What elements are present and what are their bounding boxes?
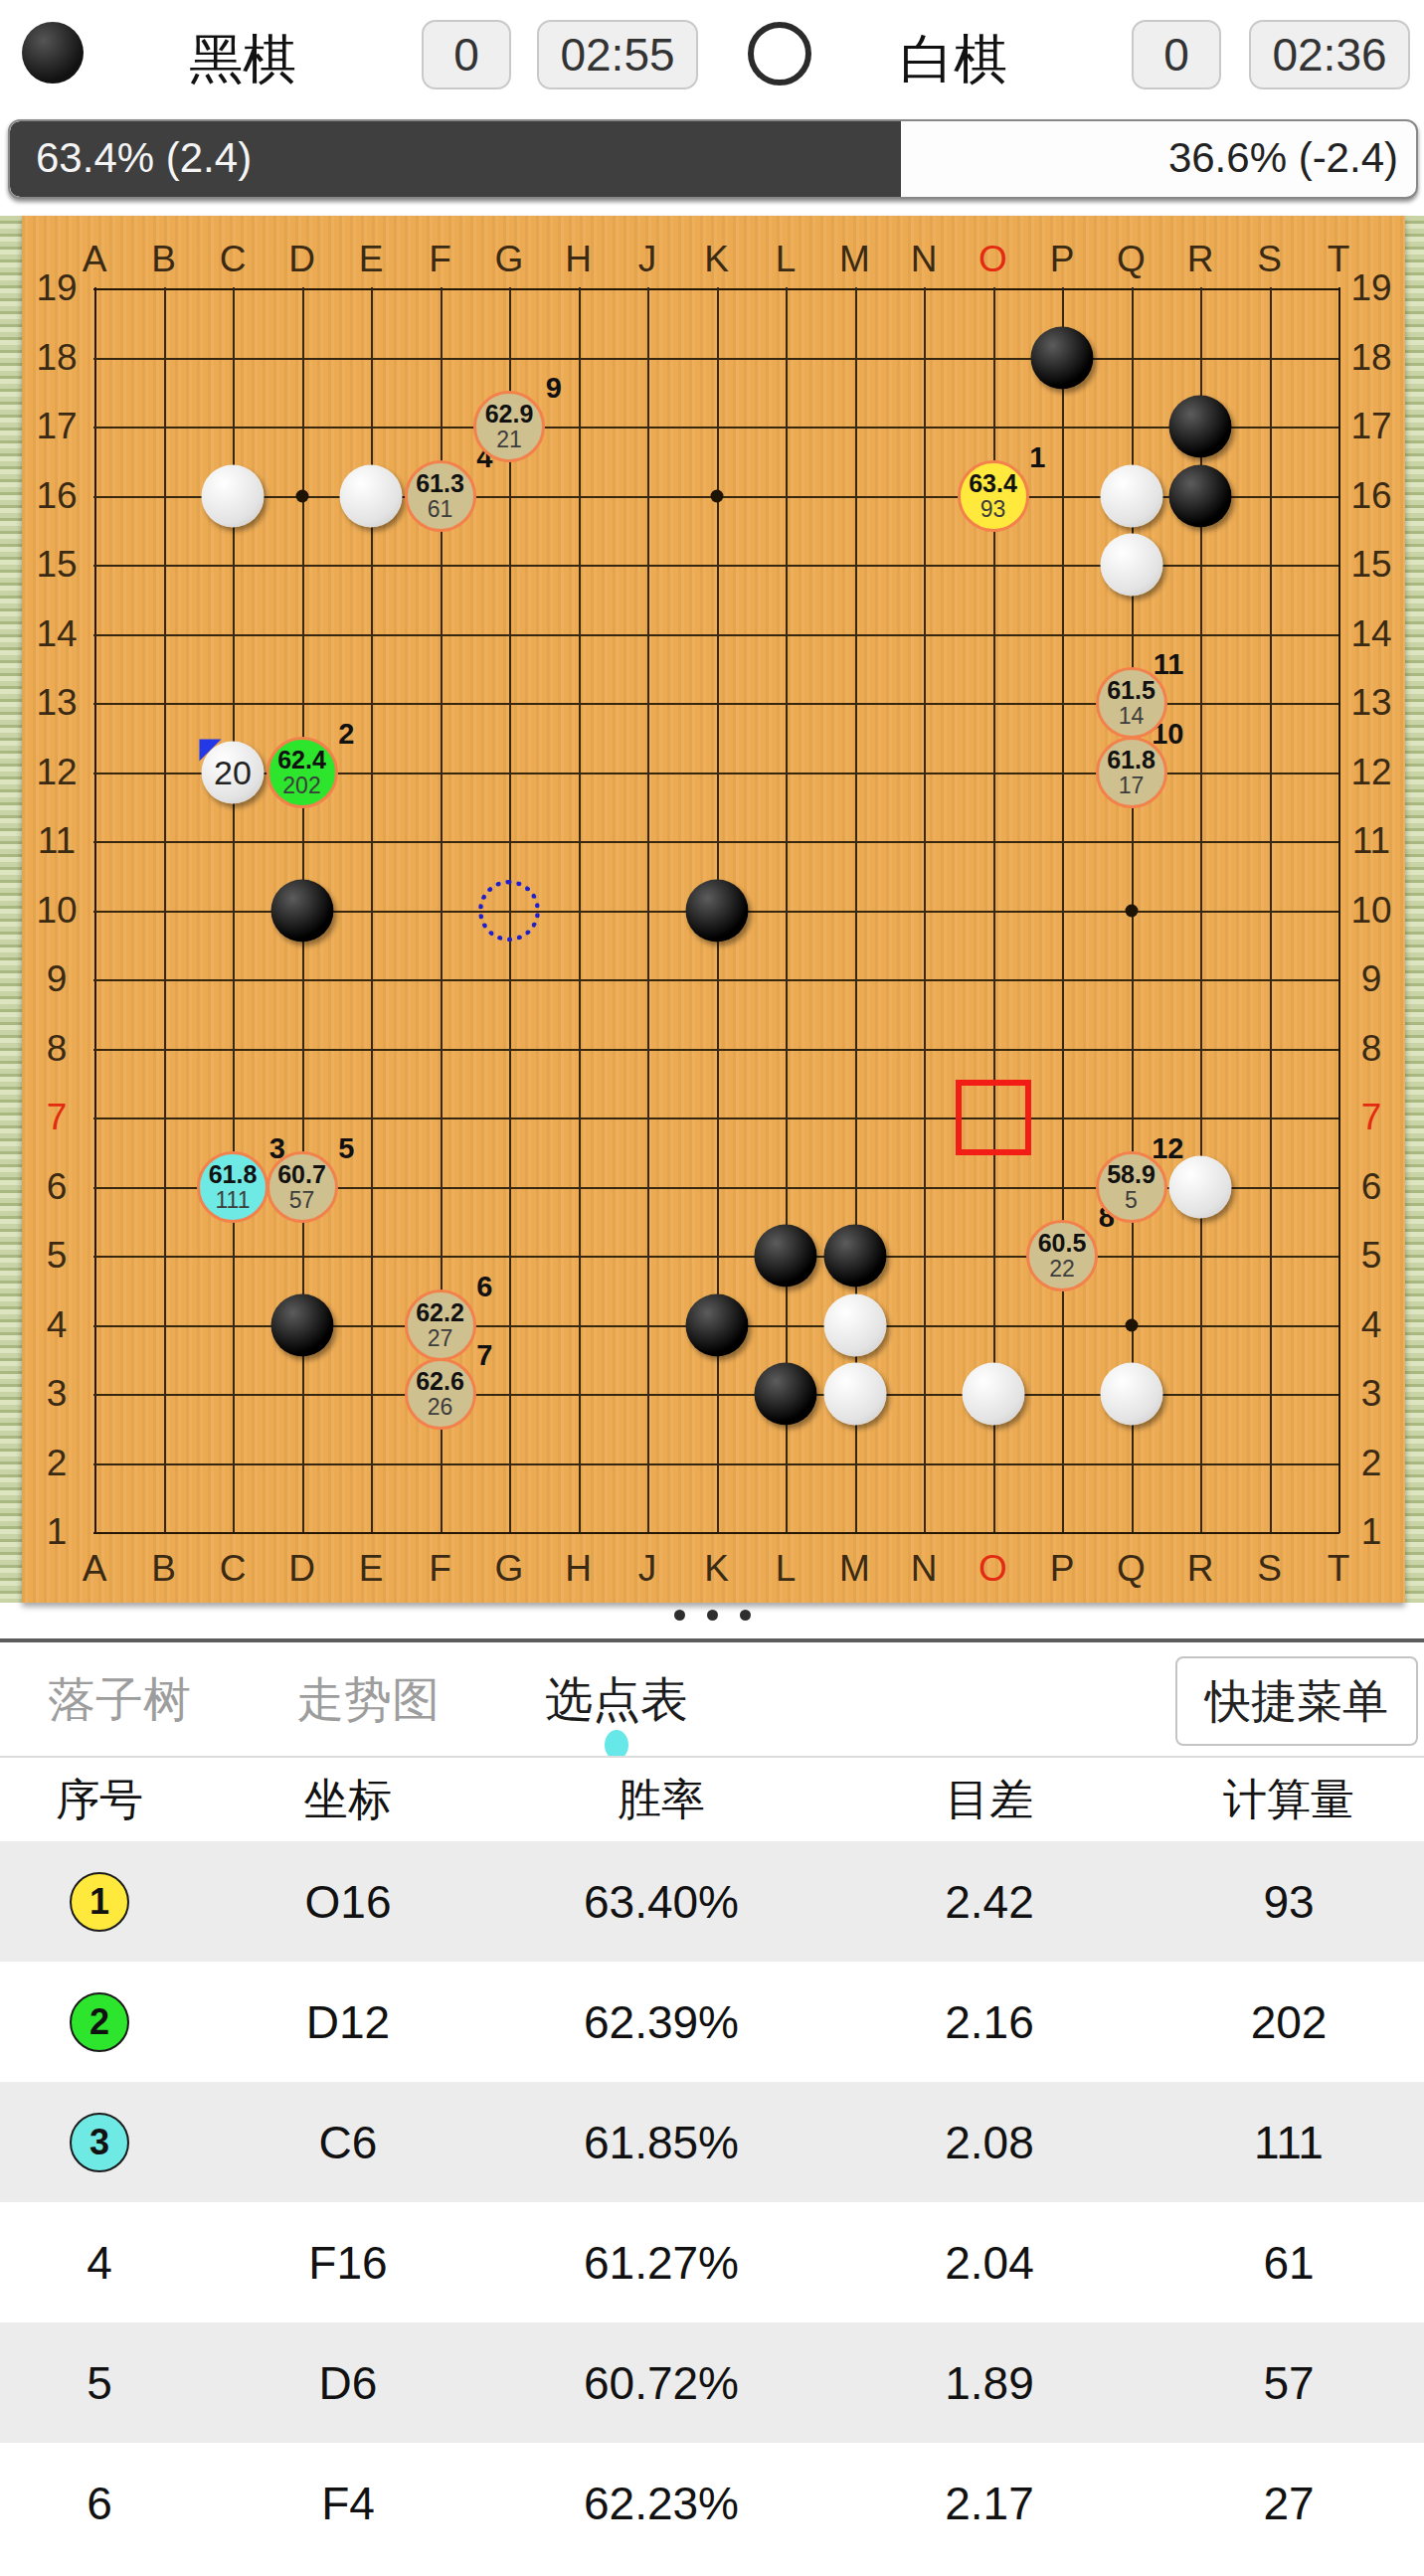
coord-label-top: T <box>1328 239 1350 280</box>
coord-label-right: 14 <box>1350 613 1391 655</box>
coord-label-top: Q <box>1117 239 1146 280</box>
col-visits: 计算量 <box>1154 1771 1424 1829</box>
cell-visits: 111 <box>1154 2116 1424 2169</box>
black-stone <box>755 1225 817 1288</box>
tab-candidate-table[interactable]: 选点表 <box>545 1668 688 1732</box>
page-dot[interactable] <box>707 1610 718 1621</box>
rank-badge: 3 <box>70 2113 129 2172</box>
cell-winrate: 63.40% <box>497 1875 825 1929</box>
cell-score-diff: 2.17 <box>825 2477 1154 2530</box>
star-point <box>710 489 723 502</box>
candidate-move-C6[interactable]: 61.8 111 3 <box>197 1151 268 1223</box>
coord-label-right: 13 <box>1350 682 1391 724</box>
candidate-winrate: 61.8 <box>1107 747 1156 773</box>
coord-label-left: 6 <box>47 1166 68 1208</box>
player-bar: 黑棋 0 02:55 白棋 0 02:36 <box>0 0 1424 117</box>
star-point <box>1125 904 1138 917</box>
candidate-table: 1 O16 63.40% 2.42 93 2 D12 62.39% 2.16 2… <box>0 1841 1424 2563</box>
coord-label-left: 2 <box>47 1443 68 1484</box>
grid-line <box>786 287 788 1533</box>
cell-coord: F4 <box>199 2477 497 2530</box>
candidate-move-F3[interactable]: 62.6 26 7 <box>405 1358 476 1430</box>
coord-label-top: L <box>776 239 797 280</box>
coord-label-right: 10 <box>1350 890 1391 932</box>
cell-coord: F16 <box>199 2236 497 2290</box>
candidate-rank: 7 <box>476 1339 492 1372</box>
coord-label-bottom: M <box>839 1548 870 1590</box>
cell-visits: 202 <box>1154 1995 1424 2049</box>
candidate-winrate: 58.9 <box>1107 1161 1156 1188</box>
candidate-visits: 111 <box>216 1188 251 1213</box>
last-move-corner-marker <box>200 739 222 761</box>
page-dot[interactable] <box>674 1610 685 1621</box>
white-player-name: 白棋 <box>900 24 1007 96</box>
table-row[interactable]: 3 C6 61.85% 2.08 111 <box>0 2082 1424 2202</box>
grid-line <box>93 1117 1339 1119</box>
winrate-white-text: 36.6% (-2.4) <box>1168 121 1398 195</box>
coord-label-left: 18 <box>36 337 77 379</box>
coord-label-left: 7 <box>47 1097 68 1138</box>
coord-label-bottom: O <box>979 1548 1007 1590</box>
winrate-black-text: 63.4% (2.4) <box>36 121 252 195</box>
coord-label-left: 5 <box>47 1235 68 1277</box>
white-stone <box>202 464 265 527</box>
white-stone <box>1100 1363 1162 1426</box>
black-stone <box>270 1293 333 1356</box>
coord-label-right: 2 <box>1361 1443 1382 1484</box>
coord-label-right: 3 <box>1361 1373 1382 1415</box>
coord-label-left: 16 <box>36 475 77 517</box>
coord-label-top: M <box>839 239 870 280</box>
table-row[interactable]: 1 O16 63.40% 2.42 93 <box>0 1841 1424 1962</box>
coord-label-top: F <box>429 239 451 280</box>
coord-label-right: 4 <box>1361 1304 1382 1346</box>
candidate-rank: 9 <box>546 372 562 405</box>
coord-label-bottom: G <box>495 1548 524 1590</box>
coord-label-bottom: P <box>1050 1548 1075 1590</box>
black-stone <box>1031 326 1094 389</box>
black-stone-icon <box>22 22 84 84</box>
coord-label-left: 8 <box>47 1028 68 1070</box>
candidate-winrate: 62.4 <box>277 747 326 773</box>
table-header: 序号 坐标 胜率 目差 计算量 <box>0 1758 1424 1841</box>
candidate-visits: 22 <box>1049 1257 1075 1282</box>
cell-score-diff: 2.04 <box>825 2236 1154 2290</box>
candidate-rank: 11 <box>1154 648 1184 681</box>
candidate-move-Q13[interactable]: 61.5 14 11 <box>1096 667 1167 739</box>
black-stone <box>823 1225 886 1288</box>
cell-visits: 57 <box>1154 2356 1424 2410</box>
cell-score-diff: 2.08 <box>825 2116 1154 2169</box>
coord-label-left: 10 <box>36 890 77 932</box>
candidate-winrate: 62.9 <box>485 401 534 428</box>
col-winrate: 胜率 <box>497 1771 825 1829</box>
candidate-winrate: 61.3 <box>416 470 464 497</box>
coord-label-bottom: R <box>1187 1548 1214 1590</box>
table-row[interactable]: 4 F16 61.27% 2.04 61 <box>0 2202 1424 2322</box>
coord-label-left: 1 <box>47 1511 68 1553</box>
tab-move-tree[interactable]: 落子树 <box>48 1668 191 1732</box>
candidate-winrate: 61.8 <box>209 1161 258 1188</box>
dotted-circle-marker <box>478 880 540 942</box>
cell-winrate: 61.85% <box>497 2116 825 2169</box>
cell-visits: 61 <box>1154 2236 1424 2290</box>
coord-label-bottom: K <box>704 1548 729 1590</box>
coord-label-bottom: N <box>911 1548 938 1590</box>
tab-bar: 落子树 走势图 选点表 快捷菜单 <box>0 1642 1424 1756</box>
cell-score-diff: 2.16 <box>825 1995 1154 2049</box>
coord-label-top: A <box>83 239 107 280</box>
cell-coord: D6 <box>199 2356 497 2410</box>
candidate-winrate: 60.7 <box>277 1161 326 1188</box>
board-area: AA1919BB1818CC1717DD1616EE1515FF1414GG13… <box>0 216 1424 1603</box>
coord-label-right: 18 <box>1350 337 1391 379</box>
coord-label-bottom: S <box>1257 1548 1282 1590</box>
grid-line <box>93 979 1339 981</box>
coord-label-right: 9 <box>1361 958 1382 1000</box>
coord-label-top: S <box>1257 239 1282 280</box>
red-square-marker <box>956 1080 1031 1155</box>
coord-label-right: 7 <box>1361 1097 1382 1138</box>
grid-line <box>93 1532 1339 1534</box>
coord-label-right: 16 <box>1350 475 1391 517</box>
coord-label-left: 17 <box>36 406 77 447</box>
coord-label-bottom: C <box>220 1548 247 1590</box>
coord-label-left: 15 <box>36 544 77 586</box>
candidate-visits: 27 <box>428 1326 453 1351</box>
candidate-move-F4[interactable]: 62.2 27 6 <box>405 1289 476 1361</box>
cell-coord: D12 <box>199 1995 497 2049</box>
black-stone <box>1169 396 1232 458</box>
coord-label-top: D <box>288 239 315 280</box>
candidate-visits: 57 <box>289 1188 315 1213</box>
candidate-visits: 14 <box>1119 704 1145 729</box>
candidate-visits: 5 <box>1125 1188 1138 1213</box>
candidate-rank: 6 <box>476 1271 492 1303</box>
grid-line <box>924 287 926 1533</box>
coord-label-right: 6 <box>1361 1166 1382 1208</box>
cell-coord: O16 <box>199 1875 497 1929</box>
cell-score-diff: 1.89 <box>825 2356 1154 2410</box>
coord-label-bottom: B <box>151 1548 176 1590</box>
coord-label-top: H <box>565 239 592 280</box>
cell-coord: C6 <box>199 2116 497 2169</box>
coord-label-left: 3 <box>47 1373 68 1415</box>
black-stone <box>1169 464 1232 527</box>
col-coord: 坐标 <box>199 1771 497 1829</box>
candidate-rank: 12 <box>1152 1132 1183 1165</box>
grid-line <box>1062 287 1064 1533</box>
candidate-winrate: 63.4 <box>969 470 1017 497</box>
tab-trend-graph[interactable]: 走势图 <box>296 1668 440 1732</box>
rank-badge: 2 <box>70 1992 129 2052</box>
go-board[interactable]: AA1919BB1818CC1717DD1616EE1515FF1414GG13… <box>94 288 1338 1532</box>
coord-label-top: C <box>220 239 247 280</box>
white-stone <box>962 1363 1024 1426</box>
candidate-rank: 5 <box>338 1132 354 1165</box>
cell-visits: 27 <box>1154 2477 1424 2530</box>
coord-label-right: 1 <box>1361 1511 1382 1553</box>
cell-score-diff: 2.42 <box>825 1875 1154 1929</box>
candidate-rank: 2 <box>338 718 354 751</box>
grid-line <box>1338 287 1340 1533</box>
candidate-visits: 61 <box>428 497 453 522</box>
rank-number: 4 <box>87 2236 112 2290</box>
white-stone-icon <box>748 22 811 86</box>
black-clock: 02:55 <box>537 20 698 89</box>
candidate-visits: 93 <box>980 497 1006 522</box>
candidate-winrate: 62.2 <box>416 1299 464 1326</box>
coord-label-bottom: Q <box>1117 1548 1146 1590</box>
table-row[interactable]: 6 F4 62.23% 2.17 27 <box>0 2443 1424 2563</box>
cell-winrate: 60.72% <box>497 2356 825 2410</box>
candidate-visits: 202 <box>282 773 320 798</box>
star-point <box>1125 1318 1138 1331</box>
coord-label-top: J <box>638 239 657 280</box>
cell-visits: 93 <box>1154 1875 1424 1929</box>
candidate-winrate: 62.6 <box>416 1368 464 1395</box>
coord-label-right: 15 <box>1350 544 1391 586</box>
white-stone <box>823 1363 886 1426</box>
coord-label-bottom: D <box>288 1548 315 1590</box>
coord-label-left: 11 <box>38 820 76 862</box>
rank-number: 6 <box>87 2477 112 2530</box>
candidate-move-P5[interactable]: 60.5 22 8 <box>1026 1220 1098 1291</box>
white-stone <box>340 464 403 527</box>
coord-label-left: 19 <box>36 267 77 309</box>
col-rank: 序号 <box>0 1771 199 1829</box>
cell-winrate: 62.23% <box>497 2477 825 2530</box>
white-stone <box>1100 534 1162 597</box>
coord-label-top: P <box>1050 239 1075 280</box>
coord-label-bottom: A <box>83 1548 107 1590</box>
white-captures: 0 <box>1132 20 1221 89</box>
coord-label-right: 17 <box>1350 406 1391 447</box>
candidate-visits: 26 <box>428 1395 453 1420</box>
coord-label-left: 12 <box>36 752 77 793</box>
candidate-rank: 1 <box>1029 441 1045 474</box>
coord-label-bottom: F <box>429 1548 451 1590</box>
page-indicator[interactable] <box>0 1606 1424 1637</box>
coord-label-top: G <box>495 239 524 280</box>
coord-label-right: 5 <box>1361 1235 1382 1277</box>
candidate-move-D12[interactable]: 62.4 202 2 <box>267 737 338 808</box>
rank-number: 5 <box>87 2356 112 2410</box>
grid-line <box>93 1463 1339 1465</box>
candidate-winrate: 61.5 <box>1107 677 1156 704</box>
candidate-visits: 17 <box>1119 773 1145 798</box>
black-player-name: 黑棋 <box>189 24 296 96</box>
coord-label-left: 9 <box>47 958 68 1000</box>
black-stone <box>685 879 748 942</box>
black-stone <box>685 1293 748 1356</box>
black-captures: 0 <box>422 20 511 89</box>
table-row[interactable]: 5 D6 60.72% 1.89 57 <box>0 2322 1424 2443</box>
coord-label-right: 11 <box>1352 820 1390 862</box>
candidate-winrate: 60.5 <box>1038 1230 1087 1257</box>
candidate-move-Q6[interactable]: 58.9 5 12 <box>1096 1151 1167 1223</box>
black-stone <box>270 879 333 942</box>
candidate-move-G17[interactable]: 62.9 21 9 <box>473 391 545 462</box>
coord-label-bottom: J <box>638 1548 657 1590</box>
white-stone: 20 <box>202 741 265 803</box>
coord-label-right: 12 <box>1350 752 1391 793</box>
coord-label-top: E <box>359 239 384 280</box>
coord-label-right: 19 <box>1350 267 1391 309</box>
cell-winrate: 61.27% <box>497 2236 825 2290</box>
star-point <box>295 489 308 502</box>
white-stone <box>1100 464 1162 527</box>
page-dot[interactable] <box>740 1610 751 1621</box>
coord-label-top: N <box>911 239 938 280</box>
coord-label-left: 4 <box>47 1304 68 1346</box>
candidate-move-O16[interactable]: 63.4 93 1 <box>958 460 1029 532</box>
winrate-bar: 63.4% (2.4) 36.6% (-2.4) <box>8 119 1418 199</box>
grid-line <box>1270 287 1272 1533</box>
candidate-move-F16[interactable]: 61.3 61 4 <box>405 460 476 532</box>
coord-label-left: 14 <box>36 613 77 655</box>
white-stone <box>823 1293 886 1356</box>
coord-label-top: O <box>979 239 1007 280</box>
coord-label-top: R <box>1187 239 1214 280</box>
coord-label-left: 13 <box>36 682 77 724</box>
quick-menu-button[interactable]: 快捷菜单 <box>1175 1656 1418 1746</box>
coord-label-right: 8 <box>1361 1028 1382 1070</box>
white-clock: 02:36 <box>1249 20 1410 89</box>
candidate-move-D6[interactable]: 60.7 57 5 <box>267 1151 338 1223</box>
coord-label-top: K <box>704 239 729 280</box>
coord-label-top: B <box>151 239 176 280</box>
coord-label-bottom: L <box>776 1548 797 1590</box>
coord-label-bottom: H <box>565 1548 592 1590</box>
coord-label-bottom: T <box>1328 1548 1350 1590</box>
grid-line <box>93 1049 1339 1051</box>
grid-line <box>93 1256 1339 1258</box>
rank-badge: 1 <box>70 1872 129 1932</box>
coord-label-bottom: E <box>359 1548 384 1590</box>
table-row[interactable]: 2 D12 62.39% 2.16 202 <box>0 1962 1424 2082</box>
cell-winrate: 62.39% <box>497 1995 825 2049</box>
candidate-visits: 21 <box>496 428 522 452</box>
candidate-move-Q12[interactable]: 61.8 17 10 <box>1096 737 1167 808</box>
col-score-diff: 目差 <box>825 1771 1154 1829</box>
black-stone <box>755 1363 817 1426</box>
